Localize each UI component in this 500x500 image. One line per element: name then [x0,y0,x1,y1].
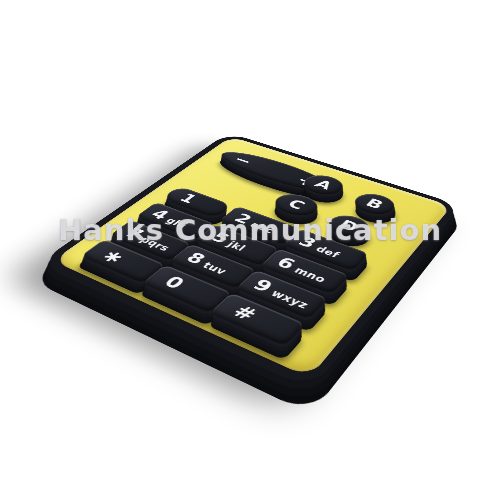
minus-label: − [230,153,257,167]
key-a-label: A [312,178,335,191]
key-d: D [323,212,375,241]
keypad-faceplate: − + A B C D 1 2 abc 3 def 4 ghi [53,136,452,377]
key-7-letters: pqrs [138,236,172,253]
key-9-letters: wxyz [269,289,310,310]
key-8-letters: tuv [200,261,228,276]
key-d-label: D [336,218,362,234]
key-hash-glyph: # [229,303,260,324]
key-0-number: 0 [160,274,188,292]
key-b: B [349,190,401,218]
key-4-letters: ghi [164,217,189,230]
key-1-number: 1 [176,192,200,205]
key-2-letters: abc [248,221,276,235]
key-5-letters: jkl [225,240,247,252]
keypad-product-photo: − + A B C D 1 2 abc 3 def 4 ghi [53,136,452,377]
key-c-label: C [285,198,309,212]
key-star-glyph: ∗ [97,247,130,267]
key-c: C [268,190,324,219]
key-b-label: B [363,197,386,211]
key-6-letters: mno [292,266,328,284]
key-3-letters: def [314,245,341,259]
